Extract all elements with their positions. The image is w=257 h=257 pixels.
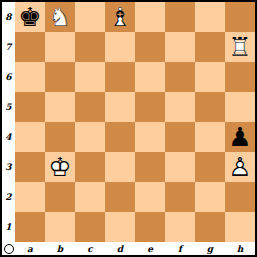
square-h3[interactable]: ♟♙ [225,152,255,182]
square-c2[interactable] [75,182,105,212]
square-h5[interactable] [225,92,255,122]
square-f6[interactable] [165,62,195,92]
square-f3[interactable] [165,152,195,182]
square-b5[interactable] [45,92,75,122]
square-c3[interactable] [75,152,105,182]
black-pawn[interactable]: ♟ [225,122,255,152]
rank-label-8: 8 [2,2,15,32]
file-label-e: e [135,242,165,255]
file-label-b: b [45,242,75,255]
file-label-d: d [105,242,135,255]
square-a3[interactable] [15,152,45,182]
square-b4[interactable] [45,122,75,152]
square-a8[interactable]: ♚ [15,2,45,32]
white-king[interactable]: ♔ [45,152,75,182]
square-h4[interactable]: ♟ [225,122,255,152]
square-g1[interactable] [195,212,225,242]
square-c1[interactable] [75,212,105,242]
square-b3[interactable]: ♚♔ [45,152,75,182]
file-label-a: a [15,242,45,255]
rank-label-7: 7 [2,32,15,62]
square-c8[interactable] [75,2,105,32]
square-b7[interactable] [45,32,75,62]
square-b1[interactable] [45,212,75,242]
square-a4[interactable] [15,122,45,152]
square-c4[interactable] [75,122,105,152]
square-f1[interactable] [165,212,195,242]
square-d2[interactable] [105,182,135,212]
rank-labels-column: 87654321 [2,2,15,242]
rank-label-3: 3 [2,152,15,182]
square-d1[interactable] [105,212,135,242]
square-h7[interactable]: ♜♖ [225,32,255,62]
square-f2[interactable] [165,182,195,212]
square-a1[interactable] [15,212,45,242]
square-d6[interactable] [105,62,135,92]
file-label-c: c [75,242,105,255]
chess-board: ♚♞♘♝♗♜♖♟♚♔♟♙ [15,2,255,242]
square-e4[interactable] [135,122,165,152]
square-g3[interactable] [195,152,225,182]
square-e6[interactable] [135,62,165,92]
square-a6[interactable] [15,62,45,92]
white-bishop[interactable]: ♗ [105,2,135,32]
square-d5[interactable] [105,92,135,122]
file-labels-row: abcdefgh [15,242,255,255]
rank-label-6: 6 [2,62,15,92]
file-label-h: h [225,242,255,255]
square-c6[interactable] [75,62,105,92]
square-d7[interactable] [105,32,135,62]
square-g6[interactable] [195,62,225,92]
chess-diagram: 87654321 ♚♞♘♝♗♜♖♟♚♔♟♙ abcdefgh [0,0,257,257]
square-c7[interactable] [75,32,105,62]
white-to-move-icon [4,244,14,254]
square-e3[interactable] [135,152,165,182]
square-f5[interactable] [165,92,195,122]
file-label-g: g [195,242,225,255]
white-pawn[interactable]: ♙ [225,152,255,182]
square-d8[interactable]: ♝♗ [105,2,135,32]
square-b8[interactable]: ♞♘ [45,2,75,32]
square-f7[interactable] [165,32,195,62]
rank-label-2: 2 [2,182,15,212]
square-e1[interactable] [135,212,165,242]
square-a5[interactable] [15,92,45,122]
square-c5[interactable] [75,92,105,122]
square-h8[interactable] [225,2,255,32]
square-d3[interactable] [105,152,135,182]
square-h6[interactable] [225,62,255,92]
square-e7[interactable] [135,32,165,62]
square-h2[interactable] [225,182,255,212]
square-b2[interactable] [45,182,75,212]
square-g5[interactable] [195,92,225,122]
square-g8[interactable] [195,2,225,32]
rank-label-4: 4 [2,122,15,152]
white-knight[interactable]: ♘ [45,2,75,32]
square-h1[interactable] [225,212,255,242]
square-g7[interactable] [195,32,225,62]
rank-label-5: 5 [2,92,15,122]
square-d4[interactable] [105,122,135,152]
square-b6[interactable] [45,62,75,92]
turn-indicator-area [2,242,15,255]
square-f8[interactable] [165,2,195,32]
rank-label-1: 1 [2,212,15,242]
square-a2[interactable] [15,182,45,212]
square-e2[interactable] [135,182,165,212]
square-g2[interactable] [195,182,225,212]
square-e8[interactable] [135,2,165,32]
square-f4[interactable] [165,122,195,152]
square-e5[interactable] [135,92,165,122]
white-rook[interactable]: ♖ [225,32,255,62]
black-king[interactable]: ♚ [15,2,45,32]
file-label-f: f [165,242,195,255]
square-a7[interactable] [15,32,45,62]
square-g4[interactable] [195,122,225,152]
